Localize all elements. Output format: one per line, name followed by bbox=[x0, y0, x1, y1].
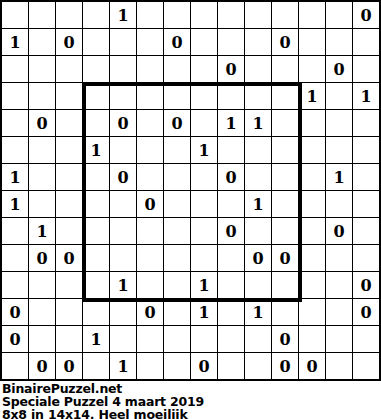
cell: 1 bbox=[353, 83, 379, 109]
cell[interactable] bbox=[83, 110, 109, 136]
cell: 1 bbox=[191, 272, 217, 298]
cell: 0 bbox=[56, 353, 82, 379]
cell[interactable] bbox=[83, 29, 109, 55]
cell: 1 bbox=[2, 164, 28, 190]
cell[interactable] bbox=[164, 164, 190, 190]
cell[interactable] bbox=[110, 191, 136, 217]
cell[interactable] bbox=[137, 110, 163, 136]
cell: 0 bbox=[245, 245, 271, 271]
cell: 1 bbox=[245, 110, 271, 136]
cell[interactable] bbox=[29, 326, 55, 352]
cell: 0 bbox=[164, 110, 190, 136]
cell[interactable] bbox=[326, 272, 352, 298]
cell: 0 bbox=[164, 29, 190, 55]
cell: 0 bbox=[326, 218, 352, 244]
cell[interactable] bbox=[137, 2, 163, 28]
cell: 0 bbox=[218, 56, 244, 82]
cell: 1 bbox=[245, 299, 271, 325]
cell[interactable] bbox=[245, 29, 271, 55]
cell: 0 bbox=[29, 110, 55, 136]
footer: BinairePuzzel.net Speciale Puzzel 4 maar… bbox=[0, 381, 381, 419]
cell[interactable] bbox=[272, 218, 298, 244]
cell[interactable] bbox=[137, 218, 163, 244]
cell[interactable] bbox=[191, 83, 217, 109]
cell: 0 bbox=[110, 110, 136, 136]
cell[interactable] bbox=[137, 29, 163, 55]
cell: 0 bbox=[56, 245, 82, 271]
cell[interactable] bbox=[326, 191, 352, 217]
cell[interactable] bbox=[137, 245, 163, 271]
cell: 0 bbox=[272, 245, 298, 271]
cell[interactable] bbox=[56, 218, 82, 244]
cell[interactable] bbox=[326, 110, 352, 136]
cell[interactable] bbox=[191, 191, 217, 217]
cell: 0 bbox=[326, 56, 352, 82]
cell[interactable] bbox=[353, 191, 379, 217]
cell: 1 bbox=[2, 191, 28, 217]
cell[interactable] bbox=[2, 83, 28, 109]
cell[interactable] bbox=[299, 326, 325, 352]
cell[interactable] bbox=[110, 218, 136, 244]
cell[interactable] bbox=[137, 137, 163, 163]
cell: 1 bbox=[83, 326, 109, 352]
cell[interactable] bbox=[164, 2, 190, 28]
cell: 0 bbox=[2, 326, 28, 352]
cell[interactable] bbox=[245, 272, 271, 298]
cell[interactable] bbox=[272, 191, 298, 217]
cell: 1 bbox=[29, 218, 55, 244]
cell: 0 bbox=[353, 2, 379, 28]
cell[interactable] bbox=[164, 191, 190, 217]
cell[interactable] bbox=[83, 83, 109, 109]
cell: 0 bbox=[218, 164, 244, 190]
cell[interactable] bbox=[164, 83, 190, 109]
cell[interactable] bbox=[110, 245, 136, 271]
cell[interactable] bbox=[2, 245, 28, 271]
cell[interactable] bbox=[353, 164, 379, 190]
cell[interactable] bbox=[218, 2, 244, 28]
cell[interactable] bbox=[245, 353, 271, 379]
cell[interactable] bbox=[2, 272, 28, 298]
cell[interactable] bbox=[299, 218, 325, 244]
cell[interactable] bbox=[83, 299, 109, 325]
cell[interactable] bbox=[191, 2, 217, 28]
cell[interactable] bbox=[191, 245, 217, 271]
cell: 0 bbox=[110, 164, 136, 190]
cell[interactable] bbox=[272, 2, 298, 28]
cell[interactable] bbox=[2, 110, 28, 136]
cell[interactable] bbox=[218, 83, 244, 109]
cell[interactable] bbox=[164, 299, 190, 325]
cell[interactable] bbox=[353, 245, 379, 271]
cell[interactable] bbox=[326, 83, 352, 109]
cell[interactable] bbox=[326, 245, 352, 271]
cell[interactable] bbox=[110, 56, 136, 82]
cell[interactable] bbox=[299, 272, 325, 298]
cell[interactable] bbox=[272, 137, 298, 163]
cell[interactable] bbox=[245, 137, 271, 163]
cell: 0 bbox=[56, 29, 82, 55]
cell: 0 bbox=[272, 353, 298, 379]
puzzle-page: 1010000011000111110011011000000110001100… bbox=[0, 0, 381, 419]
cell: 1 bbox=[2, 29, 28, 55]
cell[interactable] bbox=[164, 56, 190, 82]
cell[interactable] bbox=[56, 83, 82, 109]
cell[interactable] bbox=[56, 2, 82, 28]
cell: 1 bbox=[326, 164, 352, 190]
cell: 0 bbox=[272, 326, 298, 352]
cell: 1 bbox=[218, 110, 244, 136]
cell[interactable] bbox=[110, 137, 136, 163]
cell[interactable] bbox=[2, 2, 28, 28]
cell[interactable] bbox=[272, 83, 298, 109]
cell[interactable] bbox=[299, 110, 325, 136]
cell: 0 bbox=[29, 245, 55, 271]
cell[interactable] bbox=[218, 29, 244, 55]
cell[interactable] bbox=[83, 164, 109, 190]
cell[interactable] bbox=[83, 2, 109, 28]
cell[interactable] bbox=[245, 2, 271, 28]
cell[interactable] bbox=[353, 29, 379, 55]
cell[interactable] bbox=[299, 164, 325, 190]
cell[interactable] bbox=[299, 191, 325, 217]
cell[interactable] bbox=[191, 29, 217, 55]
cell[interactable] bbox=[83, 353, 109, 379]
cell[interactable] bbox=[164, 326, 190, 352]
cell[interactable] bbox=[326, 137, 352, 163]
cell[interactable] bbox=[110, 299, 136, 325]
cell[interactable] bbox=[353, 353, 379, 379]
cell[interactable] bbox=[164, 218, 190, 244]
cell: 0 bbox=[2, 299, 28, 325]
cell: 0 bbox=[29, 353, 55, 379]
cell[interactable] bbox=[137, 353, 163, 379]
cell[interactable] bbox=[218, 245, 244, 271]
board-grid: 1010000011000111110011011000000110001100… bbox=[0, 0, 381, 381]
cell[interactable] bbox=[110, 326, 136, 352]
cell[interactable] bbox=[164, 272, 190, 298]
cell[interactable] bbox=[137, 56, 163, 82]
cell[interactable] bbox=[245, 83, 271, 109]
cell[interactable] bbox=[29, 56, 55, 82]
cell[interactable] bbox=[299, 56, 325, 82]
cell[interactable] bbox=[272, 164, 298, 190]
cell: 0 bbox=[272, 29, 298, 55]
cell[interactable] bbox=[245, 164, 271, 190]
cell[interactable] bbox=[353, 137, 379, 163]
cell[interactable] bbox=[299, 29, 325, 55]
cell[interactable] bbox=[245, 326, 271, 352]
cell: 1 bbox=[110, 272, 136, 298]
cell: 1 bbox=[245, 191, 271, 217]
cell[interactable] bbox=[299, 2, 325, 28]
cell[interactable] bbox=[56, 191, 82, 217]
cell: 1 bbox=[191, 299, 217, 325]
cell[interactable] bbox=[191, 164, 217, 190]
cell[interactable] bbox=[272, 299, 298, 325]
cell[interactable] bbox=[29, 299, 55, 325]
cell[interactable] bbox=[29, 191, 55, 217]
cell[interactable] bbox=[2, 218, 28, 244]
cell[interactable] bbox=[83, 272, 109, 298]
cell[interactable] bbox=[326, 353, 352, 379]
cell[interactable] bbox=[272, 110, 298, 136]
cell[interactable] bbox=[218, 191, 244, 217]
cell[interactable] bbox=[299, 245, 325, 271]
cell[interactable] bbox=[164, 137, 190, 163]
cell[interactable] bbox=[2, 137, 28, 163]
cell[interactable] bbox=[191, 326, 217, 352]
cell[interactable] bbox=[164, 245, 190, 271]
cell[interactable] bbox=[29, 29, 55, 55]
cell: 1 bbox=[110, 353, 136, 379]
cell[interactable] bbox=[137, 326, 163, 352]
cell[interactable] bbox=[326, 299, 352, 325]
cell[interactable] bbox=[29, 83, 55, 109]
cell[interactable] bbox=[353, 56, 379, 82]
cell[interactable] bbox=[2, 56, 28, 82]
cell: 0 bbox=[299, 353, 325, 379]
cell[interactable] bbox=[218, 137, 244, 163]
puzzle-details: 8x8 in 14x14, Heel moeilijk bbox=[2, 409, 381, 419]
cell[interactable] bbox=[137, 272, 163, 298]
cell[interactable] bbox=[353, 218, 379, 244]
cell[interactable] bbox=[137, 83, 163, 109]
cell[interactable] bbox=[245, 56, 271, 82]
cell[interactable] bbox=[191, 110, 217, 136]
cell: 1 bbox=[83, 137, 109, 163]
cell[interactable] bbox=[56, 110, 82, 136]
cell[interactable] bbox=[83, 218, 109, 244]
cell[interactable] bbox=[299, 299, 325, 325]
cell[interactable] bbox=[218, 353, 244, 379]
cell: 0 bbox=[353, 299, 379, 325]
cell[interactable] bbox=[2, 353, 28, 379]
cell[interactable] bbox=[326, 29, 352, 55]
cell[interactable] bbox=[272, 56, 298, 82]
cell[interactable] bbox=[56, 56, 82, 82]
cell[interactable] bbox=[245, 218, 271, 244]
cell[interactable] bbox=[83, 56, 109, 82]
cell[interactable] bbox=[137, 164, 163, 190]
cell[interactable] bbox=[29, 2, 55, 28]
cell[interactable] bbox=[29, 137, 55, 163]
cell: 0 bbox=[218, 218, 244, 244]
cell[interactable] bbox=[110, 29, 136, 55]
cell[interactable] bbox=[353, 110, 379, 136]
cell[interactable] bbox=[299, 137, 325, 163]
cell: 0 bbox=[191, 353, 217, 379]
cell[interactable] bbox=[191, 56, 217, 82]
cell: 0 bbox=[137, 191, 163, 217]
cell[interactable] bbox=[56, 272, 82, 298]
cell[interactable] bbox=[326, 2, 352, 28]
cell[interactable] bbox=[110, 83, 136, 109]
cell: 1 bbox=[191, 137, 217, 163]
cell[interactable] bbox=[56, 299, 82, 325]
cell: 1 bbox=[110, 2, 136, 28]
cell[interactable] bbox=[326, 326, 352, 352]
cell[interactable] bbox=[218, 326, 244, 352]
cell: 0 bbox=[353, 272, 379, 298]
cell[interactable] bbox=[83, 245, 109, 271]
cell[interactable] bbox=[56, 164, 82, 190]
cell[interactable] bbox=[272, 272, 298, 298]
cell[interactable] bbox=[29, 272, 55, 298]
cell[interactable] bbox=[56, 137, 82, 163]
cell[interactable] bbox=[353, 326, 379, 352]
cell[interactable] bbox=[218, 299, 244, 325]
cell[interactable] bbox=[29, 164, 55, 190]
cell: 1 bbox=[299, 83, 325, 109]
cell[interactable] bbox=[191, 218, 217, 244]
cell[interactable] bbox=[83, 191, 109, 217]
cell[interactable] bbox=[56, 326, 82, 352]
cell[interactable] bbox=[218, 272, 244, 298]
cell: 0 bbox=[137, 299, 163, 325]
cell[interactable] bbox=[164, 353, 190, 379]
